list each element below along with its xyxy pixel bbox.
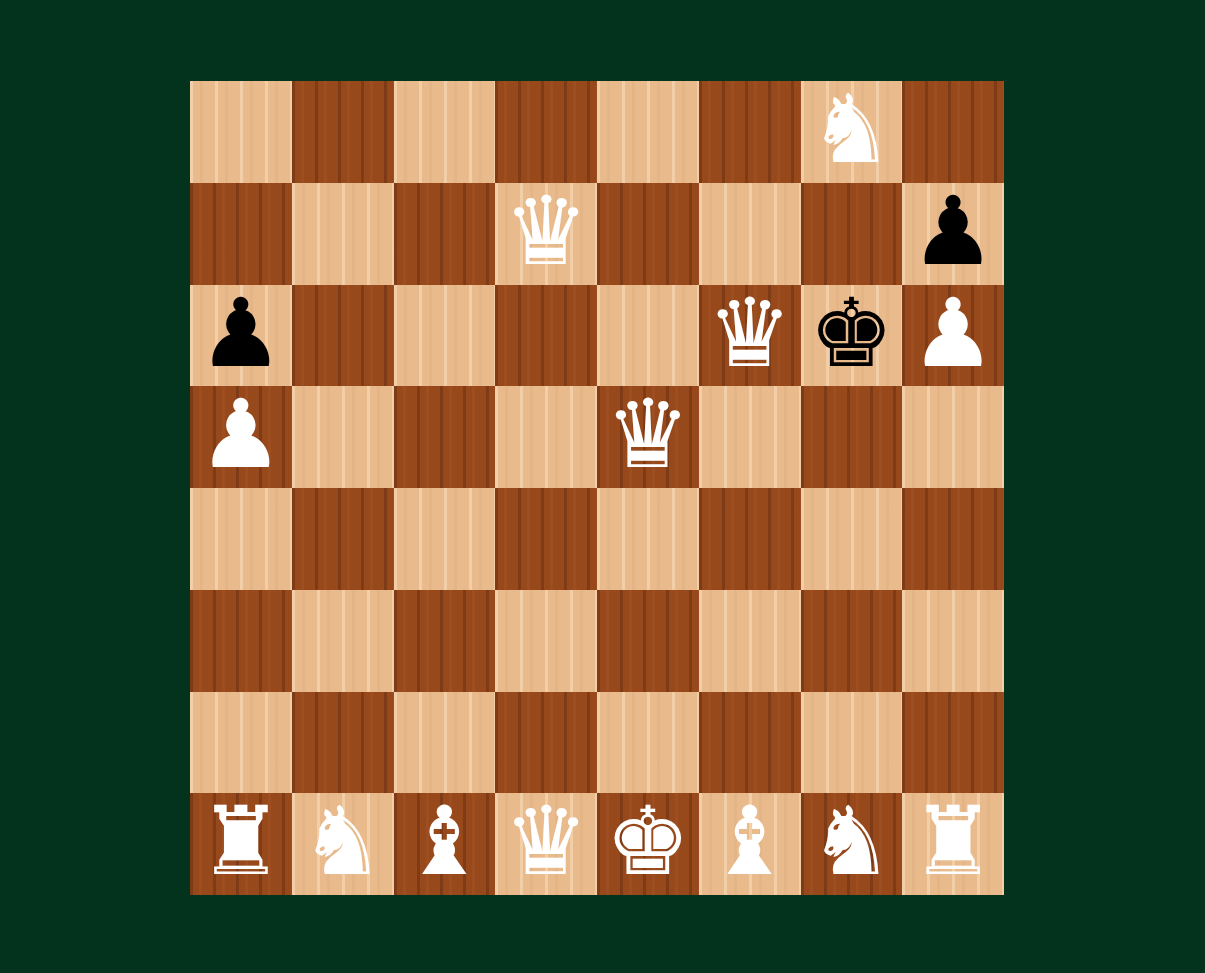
square-c6[interactable] [394, 285, 496, 387]
square-d6[interactable] [495, 285, 597, 387]
square-d3[interactable] [495, 590, 597, 692]
white-king-icon[interactable]: ♚ [605, 791, 690, 893]
square-h3[interactable] [902, 590, 1004, 692]
white-queen-icon[interactable]: ♛ [504, 181, 589, 283]
square-h6[interactable]: ♟ [902, 285, 1004, 387]
white-bishop-icon[interactable]: ♝ [707, 791, 792, 893]
black-pawn-icon[interactable]: ♟ [911, 181, 996, 283]
square-b6[interactable] [292, 285, 394, 387]
white-rook-icon[interactable]: ♜ [911, 791, 996, 893]
square-g5[interactable] [801, 386, 903, 488]
square-e3[interactable] [597, 590, 699, 692]
square-b3[interactable] [292, 590, 394, 692]
white-pawn-icon[interactable]: ♟ [911, 283, 996, 385]
square-e2[interactable] [597, 692, 699, 794]
square-f2[interactable] [699, 692, 801, 794]
square-a5[interactable]: ♟ [190, 386, 292, 488]
square-f4[interactable] [699, 488, 801, 590]
white-knight-icon[interactable]: ♞ [300, 791, 385, 893]
square-a7[interactable] [190, 183, 292, 285]
square-h1[interactable]: ♜ [902, 793, 1004, 895]
square-g4[interactable] [801, 488, 903, 590]
black-king-icon[interactable]: ♚ [809, 283, 894, 385]
white-queen-icon[interactable]: ♛ [605, 384, 690, 486]
square-b7[interactable] [292, 183, 394, 285]
square-d5[interactable] [495, 386, 597, 488]
square-d7[interactable]: ♛ [495, 183, 597, 285]
square-c5[interactable] [394, 386, 496, 488]
square-e4[interactable] [597, 488, 699, 590]
square-d4[interactable] [495, 488, 597, 590]
square-e7[interactable] [597, 183, 699, 285]
white-pawn-icon[interactable]: ♟ [198, 384, 283, 486]
square-a8[interactable] [190, 81, 292, 183]
chess-board: ♞♛♟♟♛♚♟♟♛♜♞♝♛♚♝♞♜ [190, 81, 1004, 895]
square-g2[interactable] [801, 692, 903, 794]
square-e5[interactable]: ♛ [597, 386, 699, 488]
square-f3[interactable] [699, 590, 801, 692]
square-h4[interactable] [902, 488, 1004, 590]
square-c2[interactable] [394, 692, 496, 794]
white-rook-icon[interactable]: ♜ [198, 791, 283, 893]
square-a2[interactable] [190, 692, 292, 794]
square-a4[interactable] [190, 488, 292, 590]
white-bishop-icon[interactable]: ♝ [402, 791, 487, 893]
square-e1[interactable]: ♚ [597, 793, 699, 895]
square-h2[interactable] [902, 692, 1004, 794]
square-c1[interactable]: ♝ [394, 793, 496, 895]
square-d8[interactable] [495, 81, 597, 183]
square-h5[interactable] [902, 386, 1004, 488]
square-h7[interactable]: ♟ [902, 183, 1004, 285]
square-c8[interactable] [394, 81, 496, 183]
square-h8[interactable] [902, 81, 1004, 183]
square-g8[interactable]: ♞ [801, 81, 903, 183]
square-c7[interactable] [394, 183, 496, 285]
square-g6[interactable]: ♚ [801, 285, 903, 387]
square-b5[interactable] [292, 386, 394, 488]
square-e6[interactable] [597, 285, 699, 387]
square-c4[interactable] [394, 488, 496, 590]
square-b4[interactable] [292, 488, 394, 590]
square-g1[interactable]: ♞ [801, 793, 903, 895]
square-c3[interactable] [394, 590, 496, 692]
square-e8[interactable] [597, 81, 699, 183]
square-f6[interactable]: ♛ [699, 285, 801, 387]
square-b8[interactable] [292, 81, 394, 183]
black-pawn-icon[interactable]: ♟ [198, 283, 283, 385]
square-a1[interactable]: ♜ [190, 793, 292, 895]
square-g3[interactable] [801, 590, 903, 692]
white-knight-icon[interactable]: ♞ [809, 791, 894, 893]
square-f7[interactable] [699, 183, 801, 285]
app-background: ♞♛♟♟♛♚♟♟♛♜♞♝♛♚♝♞♜ [0, 0, 1205, 973]
square-g7[interactable] [801, 183, 903, 285]
square-a6[interactable]: ♟ [190, 285, 292, 387]
square-f1[interactable]: ♝ [699, 793, 801, 895]
square-d2[interactable] [495, 692, 597, 794]
square-f5[interactable] [699, 386, 801, 488]
white-queen-icon[interactable]: ♛ [707, 283, 792, 385]
square-d1[interactable]: ♛ [495, 793, 597, 895]
white-queen-icon[interactable]: ♛ [504, 791, 589, 893]
square-f8[interactable] [699, 81, 801, 183]
square-a3[interactable] [190, 590, 292, 692]
square-b1[interactable]: ♞ [292, 793, 394, 895]
square-b2[interactable] [292, 692, 394, 794]
white-knight-icon[interactable]: ♞ [809, 79, 894, 181]
